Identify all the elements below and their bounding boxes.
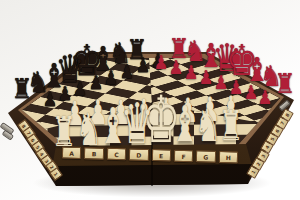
file-label-plaque: C xyxy=(107,148,127,161)
file-label-plaque: H xyxy=(218,151,238,164)
white-queen[interactable]: ♛ xyxy=(120,96,153,152)
red-pawn[interactable]: ♟ xyxy=(184,63,198,82)
red-pawn[interactable]: ♟ xyxy=(244,83,258,102)
red-pawn[interactable]: ♟ xyxy=(199,68,213,87)
black-pawn[interactable]: ♟ xyxy=(43,90,57,109)
red-pawn[interactable]: ♟ xyxy=(258,88,272,107)
file-label-plaque: A xyxy=(62,147,82,160)
black-rook[interactable]: ♜ xyxy=(12,75,33,102)
red-pawn[interactable]: ♟ xyxy=(169,58,183,77)
file-label-plaque: E xyxy=(151,149,171,162)
black-pawn[interactable]: ♟ xyxy=(120,62,134,81)
white-rook[interactable]: ♜ xyxy=(219,105,244,146)
file-label-plaque: B xyxy=(84,147,104,160)
black-pawn[interactable]: ♟ xyxy=(136,56,150,75)
file-label-plaque: G xyxy=(196,150,216,163)
white-knight[interactable]: ♞ xyxy=(76,107,103,152)
black-pawn[interactable]: ♟ xyxy=(104,68,118,87)
file-label-plaque: F xyxy=(174,150,194,163)
black-pawn[interactable]: ♟ xyxy=(89,73,103,92)
red-rook[interactable]: ♜ xyxy=(275,70,296,97)
red-pawn[interactable]: ♟ xyxy=(154,53,168,72)
file-label-plaque: D xyxy=(129,148,149,161)
three-player-chess-photo: ABCDEFGH 87654321 12345678 ♜♞♝♛♚♝♞♜♟♟♟♟♟… xyxy=(0,0,300,200)
